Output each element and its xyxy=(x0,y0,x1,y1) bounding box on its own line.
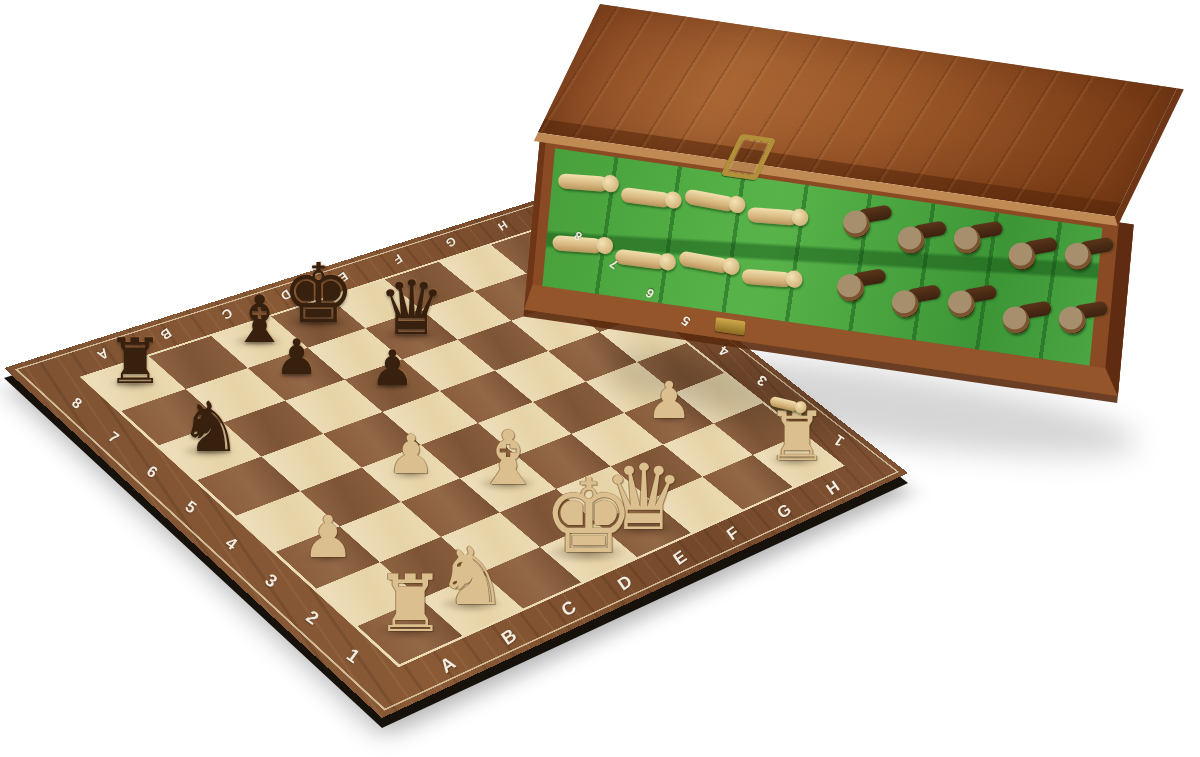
stored-dark-piece xyxy=(839,200,898,248)
stored-dark-piece xyxy=(888,280,947,328)
stored-light-piece xyxy=(620,179,684,217)
stored-light-piece xyxy=(614,241,678,279)
piece-white-rook-h1[interactable]: ♜ xyxy=(767,403,828,471)
product-photo-stage: AABBCCDDEEFFGGHH1122334455667788♜♝♚♛♟♟♞♜… xyxy=(0,0,1200,757)
stored-dark-piece xyxy=(894,216,953,264)
stored-dark-piece xyxy=(950,217,1009,265)
piece-black-queen-e7[interactable]: ♛ xyxy=(378,271,445,346)
stored-dark-piece xyxy=(833,264,892,312)
stored-dark-piece xyxy=(1061,233,1120,281)
piece-black-king-d8[interactable]: ♚ xyxy=(282,253,356,335)
stored-light-piece xyxy=(552,227,614,262)
stored-light-piece xyxy=(747,199,809,234)
stored-light-piece xyxy=(742,261,804,296)
piece-black-knight-a6[interactable]: ♞ xyxy=(179,393,241,462)
piece-white-pawn-c4[interactable]: ♟ xyxy=(387,428,435,482)
stored-dark-piece xyxy=(944,280,1003,328)
piece-white-rook-a1[interactable]: ♜ xyxy=(375,565,446,644)
stored-dark-piece xyxy=(999,296,1058,344)
piece-white-bishop-d3[interactable]: ♝ xyxy=(475,421,542,496)
stored-light-piece xyxy=(683,181,748,222)
stored-light-piece xyxy=(558,165,620,200)
piece-black-pawn-c7[interactable]: ♟ xyxy=(275,333,319,382)
piece-white-pawn-g3[interactable]: ♟ xyxy=(646,375,692,426)
piece-black-pawn-d6[interactable]: ♟ xyxy=(371,344,415,393)
piece-white-pawn-a3[interactable]: ♟ xyxy=(302,508,354,566)
piece-black-rook-a8[interactable]: ♜ xyxy=(107,330,163,393)
stored-dark-piece xyxy=(1055,297,1114,345)
stored-light-piece xyxy=(677,242,742,283)
piece-white-knight-b1[interactable]: ♞ xyxy=(436,536,508,616)
brass-catch-plate xyxy=(715,317,746,335)
piece-white-king-d1[interactable]: ♚ xyxy=(543,466,635,569)
stored-dark-piece xyxy=(1005,233,1064,281)
